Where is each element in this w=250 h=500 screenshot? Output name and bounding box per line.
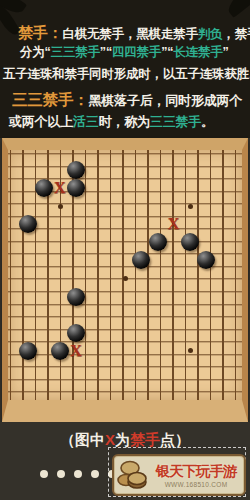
watermark-url: WWW.168510.COM (165, 481, 228, 488)
watermark: 银天下玩手游 WWW.168510.COM (112, 454, 246, 496)
tutorial-line-2: 分为“三三禁手”“四四禁手”“长连禁手” (20, 44, 229, 61)
pagination-dot[interactable] (91, 470, 99, 478)
caption-x: X (105, 431, 115, 448)
black-stone (67, 179, 85, 197)
watermark-texts: 银天下玩手游 WWW.168510.COM (148, 462, 244, 488)
black-stone (149, 233, 167, 251)
black-stone (67, 288, 85, 306)
caption-jinshou: 禁手 (130, 431, 160, 448)
coins-icon (116, 458, 148, 492)
star-point (188, 204, 193, 209)
term-sansan-label: 三三禁手： (12, 90, 89, 111)
black-stone (67, 161, 85, 179)
black-stone (197, 251, 215, 269)
pagination-dot[interactable] (57, 470, 65, 478)
gomoku-board: XXX (2, 138, 248, 422)
tutorial-line-5: 或两个以上活三时，称为三三禁手。 (9, 113, 214, 131)
tutorial-line-4: 三三禁手：黑棋落子后，同时形成两个 (12, 90, 242, 111)
watermark-title: 银天下玩手游 (156, 462, 237, 481)
star-point (123, 276, 128, 281)
black-stone (19, 342, 37, 360)
tutorial-line-3: 五子连珠和禁手同时形成时，以五子连珠获胜。 (3, 66, 250, 83)
pagination-dot[interactable] (40, 470, 48, 478)
term-jinshou-label: 禁手： (18, 24, 62, 43)
forbidden-point-marker: X (51, 179, 69, 197)
black-stone (19, 215, 37, 233)
tutorial-line-1: 禁手：白棋无禁手，黑棋走禁手判负，禁手 (18, 24, 250, 43)
forbidden-point-marker: X (165, 215, 183, 233)
black-stone (181, 233, 199, 251)
board-grid: XXX (8, 150, 242, 400)
black-stone (132, 251, 150, 269)
pagination-dot[interactable] (74, 470, 82, 478)
star-point (58, 204, 63, 209)
star-point (188, 348, 193, 353)
forbidden-point-marker: X (67, 342, 85, 360)
black-stone (67, 324, 85, 342)
